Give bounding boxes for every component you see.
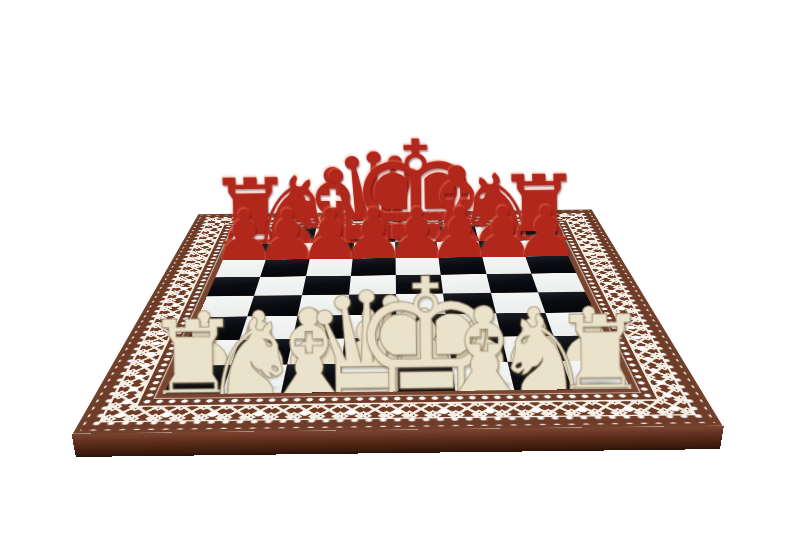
board-frame-inner-wood: ♜♞♝♛♚♝♞♜♟♟♟♟♟♟♟♟♟♟♟♟♟♟♟♟♜♞♝♛♚♝♞♜ — [153, 224, 641, 399]
piece-bone-rook[interactable]: ♜ — [552, 301, 651, 411]
board-frame-chevron-inlay-band: ♜♞♝♛♚♝♞♜♟♟♟♟♟♟♟♟♟♟♟♟♟♟♟♟♜♞♝♛♚♝♞♜ — [102, 214, 693, 421]
board-squares: ♜♞♝♛♚♝♞♜♟♟♟♟♟♟♟♟♟♟♟♟♟♟♟♟♜♞♝♛♚♝♞♜ — [164, 226, 630, 395]
scene: ♜♞♝♛♚♝♞♜♟♟♟♟♟♟♟♟♟♟♟♟♟♟♟♟♜♞♝♛♚♝♞♜ — [0, 0, 800, 533]
square-h6[interactable] — [525, 256, 576, 274]
board-perspective-wrapper: ♜♞♝♛♚♝♞♜♟♟♟♟♟♟♟♟♟♟♟♟♟♟♟♟♜♞♝♛♚♝♞♜ — [148, 46, 644, 533]
board-frame-outer-wood: ♜♞♝♛♚♝♞♜♟♟♟♟♟♟♟♟♟♟♟♟♟♟♟♟♜♞♝♛♚♝♞♜ — [73, 209, 723, 433]
square-h5[interactable] — [531, 273, 585, 292]
square-h1[interactable]: ♜ — [562, 360, 630, 389]
square-a6[interactable] — [215, 260, 266, 278]
square-h7[interactable]: ♟ — [519, 240, 568, 256]
board-frame-diamond-inlay-outer: ♜♞♝♛♚♝♞♜♟♟♟♟♟♟♟♟♟♟♟♟♟♟♟♟♜♞♝♛♚♝♞♜ — [80, 211, 716, 431]
board-frame-diamond-inlay-inner: ♜♞♝♛♚♝♞♜♟♟♟♟♟♟♟♟♟♟♟♟♟♟♟♟♜♞♝♛♚♝♞♜ — [138, 221, 657, 406]
board-frame-pinline-inner: ♜♞♝♛♚♝♞♜♟♟♟♟♟♟♟♟♟♟♟♟♟♟♟♟♜♞♝♛♚♝♞♜ — [134, 220, 660, 407]
chess-board: ♜♞♝♛♚♝♞♜♟♟♟♟♟♟♟♟♟♟♟♟♟♟♟♟♜♞♝♛♚♝♞♜ — [73, 209, 723, 433]
board-frame-pinline-outer: ♜♞♝♛♚♝♞♜♟♟♟♟♟♟♟♟♟♟♟♟♟♟♟♟♜♞♝♛♚♝♞♜ — [99, 214, 697, 423]
